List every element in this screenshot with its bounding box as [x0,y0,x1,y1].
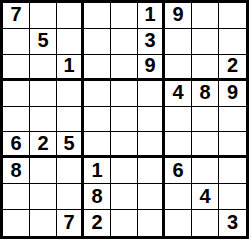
cell-r5c7[interactable] [165,107,192,133]
cell-r8c6[interactable] [138,184,165,210]
cell-r3c3[interactable]: 1 [57,55,84,81]
cell-r1c3[interactable] [57,3,84,29]
cell-r9c6[interactable] [138,210,165,236]
cell-r9c1[interactable] [3,210,30,236]
cell-r2c5[interactable] [111,29,138,55]
cell-r2c1[interactable] [3,29,30,55]
given-digit: 7 [10,4,21,24]
cell-r7c4[interactable]: 1 [84,158,111,184]
cell-r5c2[interactable] [30,107,57,133]
given-digit: 9 [227,82,238,102]
given-digit: 8 [91,186,102,206]
cell-r5c1[interactable] [3,107,30,133]
cell-r4c3[interactable] [57,81,84,107]
cell-r3c9[interactable]: 2 [219,55,246,81]
cell-r8c9[interactable] [219,184,246,210]
given-digit: 7 [63,212,74,232]
cell-r7c1[interactable]: 8 [3,158,30,184]
cell-r2c7[interactable] [165,29,192,55]
cell-r8c2[interactable] [30,184,57,210]
cell-r2c9[interactable] [219,29,246,55]
cell-r9c9[interactable]: 3 [219,210,246,236]
cell-r9c3[interactable]: 7 [57,210,84,236]
cell-r4c9[interactable]: 9 [219,81,246,107]
cell-r3c1[interactable] [3,55,30,81]
cell-r6c9[interactable] [219,132,246,158]
given-digit: 8 [10,160,21,180]
cell-r3c4[interactable] [84,55,111,81]
given-digit: 9 [172,4,183,24]
cell-r5c6[interactable] [138,107,165,133]
cell-r2c4[interactable] [84,29,111,55]
given-digit: 3 [227,212,238,232]
cell-r7c8[interactable] [192,158,219,184]
cell-r6c6[interactable] [138,132,165,158]
cell-r6c7[interactable] [165,132,192,158]
cell-r1c5[interactable] [111,3,138,29]
cell-r4c4[interactable] [84,81,111,107]
cell-r6c1[interactable]: 6 [3,132,30,158]
cell-r2c2[interactable]: 5 [30,29,57,55]
given-digit: 5 [37,30,48,50]
cell-r9c8[interactable] [192,210,219,236]
given-digit: 6 [10,133,21,153]
cell-r1c9[interactable] [219,3,246,29]
cell-r4c1[interactable] [3,81,30,107]
cell-r5c8[interactable] [192,107,219,133]
sudoku-board: 7195319248962581684723 [0,0,249,239]
cell-r1c8[interactable] [192,3,219,29]
given-digit: 2 [227,55,238,75]
cell-r6c2[interactable]: 2 [30,132,57,158]
given-digit: 8 [199,82,210,102]
cell-r9c4[interactable]: 2 [84,210,111,236]
given-digit: 2 [37,133,48,153]
given-digit: 2 [91,212,102,232]
cell-r8c7[interactable] [165,184,192,210]
cell-r2c3[interactable] [57,29,84,55]
cell-r5c5[interactable] [111,107,138,133]
cell-r7c2[interactable] [30,158,57,184]
cell-r4c5[interactable] [111,81,138,107]
cell-r2c6[interactable]: 3 [138,29,165,55]
given-digit: 3 [144,30,155,50]
cell-r4c8[interactable]: 8 [192,81,219,107]
cell-r8c1[interactable] [3,184,30,210]
cell-r8c4[interactable]: 8 [84,184,111,210]
cell-r7c3[interactable] [57,158,84,184]
cell-r1c1[interactable]: 7 [3,3,30,29]
cell-r9c5[interactable] [111,210,138,236]
cell-r5c4[interactable] [84,107,111,133]
cell-r6c8[interactable] [192,132,219,158]
cell-r7c5[interactable] [111,158,138,184]
cell-r3c8[interactable] [192,55,219,81]
cell-r6c5[interactable] [111,132,138,158]
cell-r2c8[interactable] [192,29,219,55]
cell-r9c7[interactable] [165,210,192,236]
cell-r1c2[interactable] [30,3,57,29]
given-digit: 9 [144,55,155,75]
given-digit: 5 [63,133,74,153]
cell-r1c7[interactable]: 9 [165,3,192,29]
given-digit: 4 [199,186,210,206]
cell-r6c3[interactable]: 5 [57,132,84,158]
given-digit: 1 [91,160,102,180]
given-digit: 4 [172,82,183,102]
cell-r8c8[interactable]: 4 [192,184,219,210]
cell-r8c3[interactable] [57,184,84,210]
cell-r5c3[interactable] [57,107,84,133]
given-digit: 1 [63,55,74,75]
cell-r7c9[interactable] [219,158,246,184]
cell-r7c6[interactable] [138,158,165,184]
cell-r7c7[interactable]: 6 [165,158,192,184]
cell-r5c9[interactable] [219,107,246,133]
cell-r4c6[interactable] [138,81,165,107]
given-digit: 6 [172,160,183,180]
cell-r4c2[interactable] [30,81,57,107]
cell-r3c7[interactable] [165,55,192,81]
cell-r1c6[interactable]: 1 [138,3,165,29]
cell-r3c5[interactable] [111,55,138,81]
cell-r3c2[interactable] [30,55,57,81]
cell-r9c2[interactable] [30,210,57,236]
given-digit: 1 [144,4,155,24]
cell-r1c4[interactable] [84,3,111,29]
cell-r3c6[interactable]: 9 [138,55,165,81]
cell-r4c7[interactable]: 4 [165,81,192,107]
cell-r6c4[interactable] [84,132,111,158]
cell-r8c5[interactable] [111,184,138,210]
